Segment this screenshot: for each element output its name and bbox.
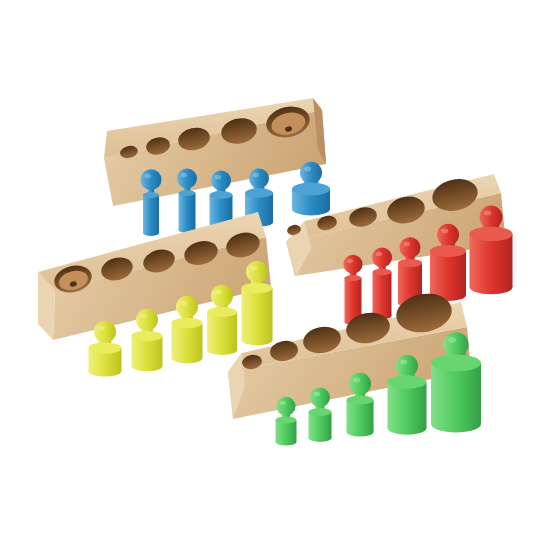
cylinder-top: [245, 188, 273, 198]
knob-highlight: [280, 401, 286, 405]
cylinder-blocks-illustration: [0, 0, 550, 550]
cylinder-green-1: [276, 397, 297, 446]
knob-ball: [444, 332, 469, 357]
knob-highlight: [441, 229, 448, 234]
cylinder-base: [347, 427, 374, 436]
cylinder-yellow-3: [172, 296, 203, 363]
cylinder-green-2: [309, 388, 332, 442]
knob-highlight: [314, 392, 320, 396]
knob-ball: [249, 169, 269, 189]
cylinder-top: [345, 275, 362, 281]
cylinder-body: [430, 251, 466, 295]
knob-highlight: [181, 173, 187, 177]
cylinder-blue-1: [141, 169, 162, 236]
knob-ball: [480, 206, 503, 229]
knob-ball: [277, 397, 296, 416]
cylinder-body: [242, 288, 273, 340]
cylinder-body: [179, 193, 196, 230]
cylinder-blue-5: [292, 162, 330, 216]
cylinder-top: [309, 408, 332, 416]
cylinder-base: [309, 434, 332, 442]
knob-highlight: [253, 173, 259, 177]
cylinder-top: [210, 191, 233, 199]
cylinder-base: [470, 280, 513, 295]
cylinder-base: [388, 421, 427, 434]
cylinder-top: [143, 192, 159, 198]
cylinder-body: [143, 195, 159, 233]
knob-ball: [246, 261, 268, 283]
cylinder-top: [388, 375, 427, 388]
knob-ball: [344, 255, 363, 274]
knob-ball: [300, 162, 322, 184]
cylinder-base: [292, 203, 330, 216]
cylinder-top: [431, 355, 481, 372]
knob-highlight: [215, 175, 221, 179]
cylinder-yellow-2: [132, 309, 163, 371]
knob-ball: [211, 285, 233, 307]
cylinder-body: [470, 234, 513, 287]
cylinder-top: [207, 307, 237, 317]
cylinder-top: [276, 416, 297, 423]
knob-highlight: [250, 266, 257, 271]
cylinder-top: [89, 342, 122, 353]
knob-ball: [177, 169, 197, 189]
cylinder-red-1: [344, 255, 363, 325]
cylinder-base: [143, 230, 159, 236]
knob-highlight: [144, 174, 151, 179]
cylinder-top: [347, 395, 374, 404]
cylinder-top: [132, 331, 163, 342]
knob-highlight: [400, 360, 407, 365]
product-photo: [0, 0, 550, 550]
cylinder-base: [172, 353, 203, 364]
cylinder-top: [430, 245, 466, 257]
knob-highlight: [180, 301, 187, 306]
knob-ball: [176, 296, 198, 318]
knob-highlight: [98, 326, 105, 331]
cylinder-top: [172, 318, 203, 329]
knob-highlight: [347, 259, 353, 263]
knob-highlight: [140, 314, 147, 319]
cylinder-top: [292, 183, 330, 196]
cylinder-body: [388, 382, 427, 428]
cylinder-green-3: [347, 373, 374, 437]
cylinder-top: [470, 227, 513, 242]
cylinder-base: [132, 361, 163, 372]
cylinder-top: [398, 259, 422, 267]
cylinder-base: [242, 335, 273, 346]
knob-highlight: [403, 242, 410, 247]
knob-ball: [136, 309, 158, 331]
knob-ball: [437, 224, 459, 246]
knob-ball: [396, 355, 418, 377]
knob-highlight: [304, 167, 311, 172]
knob-highlight: [215, 290, 222, 295]
cylinder-base: [89, 365, 122, 376]
cylinder-body: [373, 272, 392, 316]
cylinder-base: [207, 345, 237, 355]
cylinder-body: [431, 363, 481, 424]
cylinder-body: [347, 400, 374, 432]
knob-highlight: [448, 337, 456, 343]
knob-ball: [400, 237, 421, 258]
cylinder-base: [276, 438, 297, 445]
knob-ball: [372, 248, 392, 268]
cylinder-base: [431, 416, 481, 433]
knob-ball: [141, 169, 162, 190]
cylinder-top: [179, 190, 196, 196]
knob-ball: [310, 388, 330, 408]
cylinder-red-2: [372, 248, 392, 320]
knob-ball: [211, 171, 231, 191]
cylinder-top: [373, 269, 392, 275]
cylinder-yellow-4: [207, 285, 237, 355]
knob-highlight: [484, 210, 491, 215]
cylinder-body: [207, 312, 237, 350]
knob-highlight: [353, 378, 360, 383]
cylinder-yellow-5: [242, 261, 273, 345]
cylinder-top: [242, 283, 273, 294]
knob-ball: [94, 321, 116, 343]
knob-ball: [349, 373, 371, 395]
knob-highlight: [376, 252, 382, 256]
cylinder-blue-2: [177, 169, 197, 234]
